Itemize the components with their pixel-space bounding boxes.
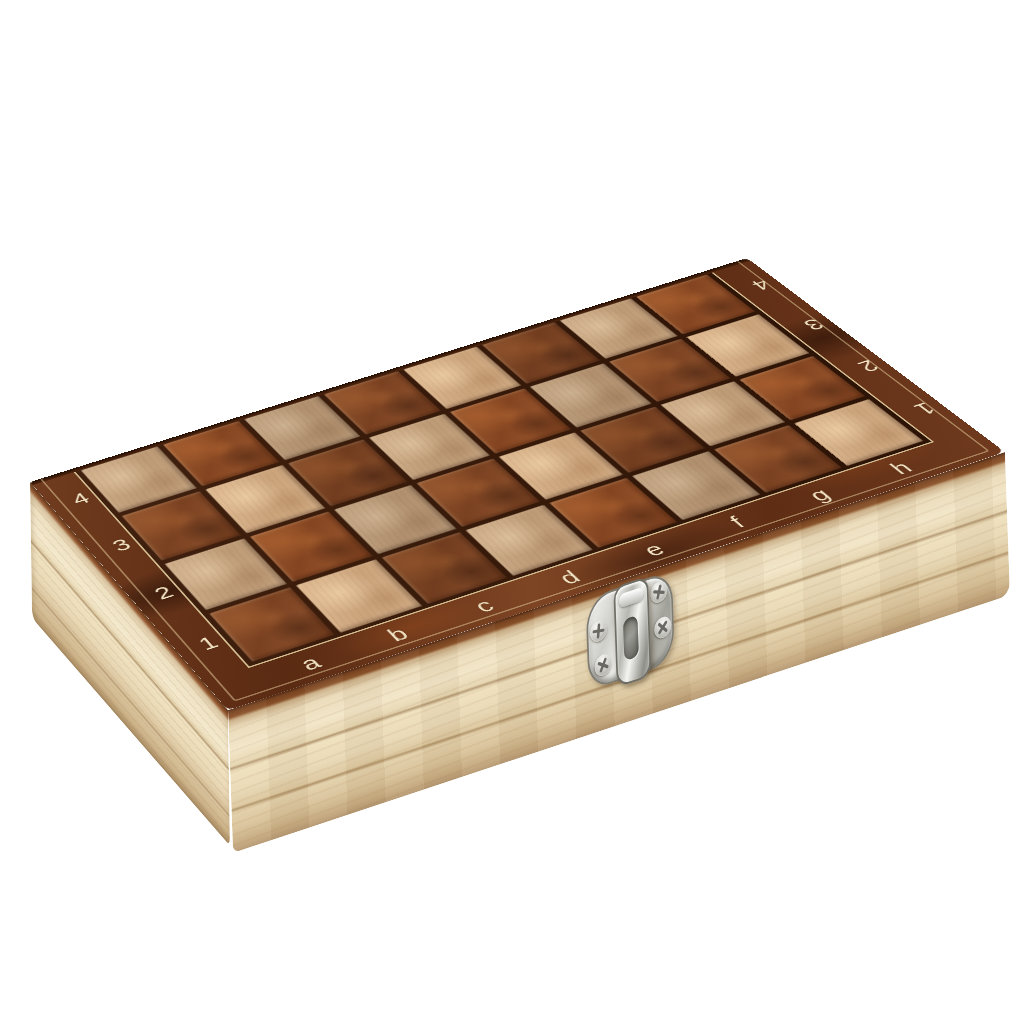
latch-clasp (585, 568, 675, 695)
product-photo: 4321 4321 abcdefgh (0, 0, 1024, 1024)
latch-hook (613, 576, 651, 688)
